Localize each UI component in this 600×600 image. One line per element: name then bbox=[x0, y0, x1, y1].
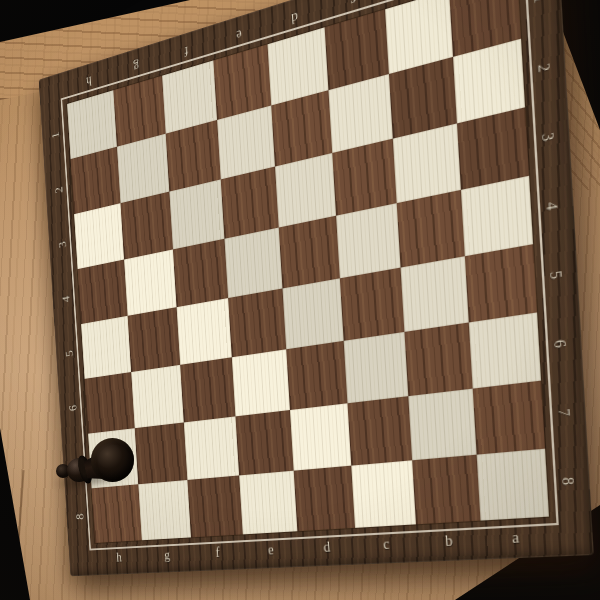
square-g3 bbox=[120, 192, 172, 260]
coord-right-8: 8 bbox=[532, 462, 600, 499]
coord-bottom-b: b bbox=[416, 525, 482, 558]
square-f4 bbox=[173, 239, 228, 307]
square-d6 bbox=[286, 341, 347, 410]
square-b8 bbox=[412, 455, 480, 525]
square-d7 bbox=[290, 403, 351, 470]
square-f3 bbox=[169, 179, 224, 249]
coord-left-8: 8 bbox=[57, 502, 104, 530]
square-g8 bbox=[138, 480, 191, 540]
square-b6 bbox=[404, 322, 472, 396]
coord-right-7: 7 bbox=[528, 393, 600, 432]
square-f8 bbox=[187, 475, 242, 537]
pawn-base bbox=[91, 438, 134, 482]
square-b4 bbox=[397, 190, 465, 268]
coord-bottom-a: a bbox=[481, 521, 551, 555]
square-e5 bbox=[228, 288, 286, 357]
square-d8 bbox=[294, 466, 355, 532]
square-c8 bbox=[351, 460, 416, 528]
square-d3 bbox=[275, 153, 336, 228]
square-c7 bbox=[347, 396, 412, 465]
square-g4 bbox=[124, 249, 177, 315]
coord-bottom-e: e bbox=[243, 535, 299, 565]
square-e6 bbox=[232, 349, 290, 416]
square-e8 bbox=[239, 471, 297, 535]
square-f5 bbox=[177, 298, 232, 365]
coord-bottom-d: d bbox=[298, 532, 357, 563]
square-c5 bbox=[340, 268, 405, 341]
square-d5 bbox=[282, 278, 343, 349]
square-f7 bbox=[184, 416, 239, 480]
square-d4 bbox=[279, 216, 340, 289]
square-g6 bbox=[131, 365, 184, 428]
coord-bottom-f: f bbox=[191, 538, 244, 567]
photo-scene: hgfedcbahgfedcba1234567812345678 bbox=[0, 0, 600, 600]
square-e3 bbox=[221, 167, 279, 239]
square-g5 bbox=[128, 307, 181, 372]
square-f6 bbox=[180, 357, 235, 422]
square-b7 bbox=[408, 389, 476, 461]
square-g7 bbox=[135, 422, 188, 484]
black-pawn-lying bbox=[48, 432, 140, 490]
square-c4 bbox=[336, 203, 401, 278]
square-b5 bbox=[401, 256, 469, 332]
square-e7 bbox=[235, 410, 293, 475]
square-c6 bbox=[344, 332, 409, 403]
coord-bottom-h: h bbox=[95, 544, 143, 572]
square-e4 bbox=[224, 228, 282, 299]
coord-bottom-c: c bbox=[355, 529, 418, 561]
coord-bottom-g: g bbox=[142, 541, 193, 569]
